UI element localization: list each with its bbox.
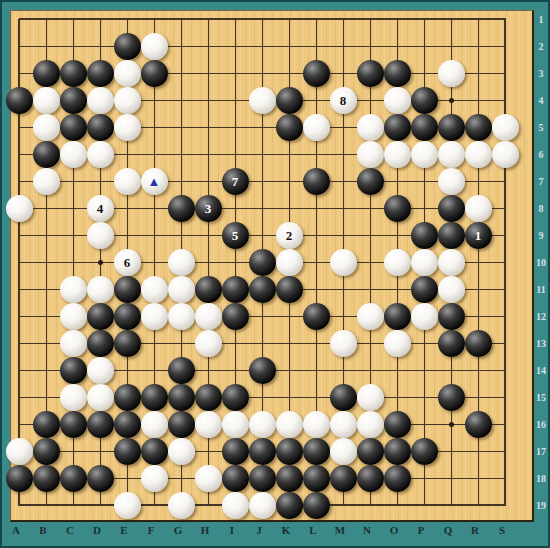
stone-P10-white[interactable] <box>411 249 438 276</box>
move-number-2: 2 <box>286 229 293 242</box>
stone-Q15-black[interactable] <box>438 384 465 411</box>
stone-Q9-black[interactable] <box>438 222 465 249</box>
row-label-10: 10 <box>533 257 549 268</box>
go-diagram-window: 8▲7435216ABCDEFGHIJKLMNOPQRS123456789101… <box>0 0 550 548</box>
column-label-O: O <box>384 524 404 536</box>
stone-D16-black[interactable] <box>87 411 114 438</box>
stone-I7-black[interactable]: 7 <box>222 168 249 195</box>
stone-L7-black[interactable] <box>303 168 330 195</box>
row-label-13: 13 <box>533 338 549 349</box>
stone-B5-white[interactable] <box>33 114 60 141</box>
stone-Q11-white[interactable] <box>438 276 465 303</box>
stone-B16-black[interactable] <box>33 411 60 438</box>
stone-J11-black[interactable] <box>249 276 276 303</box>
column-label-S: S <box>492 524 512 536</box>
stone-O13-white[interactable] <box>384 330 411 357</box>
stone-L16-white[interactable] <box>303 411 330 438</box>
stone-S5-white[interactable] <box>492 114 519 141</box>
stone-I9-black[interactable]: 5 <box>222 222 249 249</box>
stone-I12-black[interactable] <box>222 303 249 330</box>
star-point-Q16 <box>449 422 454 427</box>
stone-F17-black[interactable] <box>141 438 168 465</box>
stone-G17-white[interactable] <box>168 438 195 465</box>
star-point-Q4 <box>449 98 454 103</box>
stone-F11-white[interactable] <box>141 276 168 303</box>
stone-E10-white[interactable]: 6 <box>114 249 141 276</box>
row-label-11: 11 <box>533 284 549 295</box>
stone-K9-white[interactable]: 2 <box>276 222 303 249</box>
row-label-12: 12 <box>533 311 549 322</box>
stone-C12-white[interactable] <box>60 303 87 330</box>
stone-B17-black[interactable] <box>33 438 60 465</box>
stone-P9-black[interactable] <box>411 222 438 249</box>
stone-E2-black[interactable] <box>114 33 141 60</box>
stone-O18-black[interactable] <box>384 465 411 492</box>
stone-M16-white[interactable] <box>330 411 357 438</box>
stone-N12-white[interactable] <box>357 303 384 330</box>
stone-C4-black[interactable] <box>60 87 87 114</box>
stone-G11-white[interactable] <box>168 276 195 303</box>
stone-E11-black[interactable] <box>114 276 141 303</box>
stone-M15-black[interactable] <box>330 384 357 411</box>
stone-P6-white[interactable] <box>411 141 438 168</box>
row-label-18: 18 <box>533 473 549 484</box>
stone-G12-white[interactable] <box>168 303 195 330</box>
stone-F15-black[interactable] <box>141 384 168 411</box>
stone-N3-black[interactable] <box>357 60 384 87</box>
stone-Q8-black[interactable] <box>438 195 465 222</box>
stone-I15-black[interactable] <box>222 384 249 411</box>
stone-K16-white[interactable] <box>276 411 303 438</box>
stone-P17-black[interactable] <box>411 438 438 465</box>
stone-N17-black[interactable] <box>357 438 384 465</box>
move-number-6: 6 <box>124 256 131 269</box>
stone-E3-white[interactable] <box>114 60 141 87</box>
stone-A4-black[interactable] <box>6 87 33 114</box>
stone-P11-black[interactable] <box>411 276 438 303</box>
grid-vline-S <box>504 19 506 506</box>
stone-H15-black[interactable] <box>195 384 222 411</box>
stone-O10-white[interactable] <box>384 249 411 276</box>
stone-S6-white[interactable] <box>492 141 519 168</box>
column-label-G: G <box>168 524 188 536</box>
stone-O4-white[interactable] <box>384 87 411 114</box>
stone-K5-black[interactable] <box>276 114 303 141</box>
stone-Q5-black[interactable] <box>438 114 465 141</box>
stone-G8-black[interactable] <box>168 195 195 222</box>
stone-D8-white[interactable]: 4 <box>87 195 114 222</box>
stone-C11-white[interactable] <box>60 276 87 303</box>
stone-M18-black[interactable] <box>330 465 357 492</box>
stone-O8-black[interactable] <box>384 195 411 222</box>
stone-B3-black[interactable] <box>33 60 60 87</box>
stone-I18-black[interactable] <box>222 465 249 492</box>
column-label-I: I <box>222 524 242 536</box>
stone-A8-white[interactable] <box>6 195 33 222</box>
stone-R8-white[interactable] <box>465 195 492 222</box>
stone-K4-black[interactable] <box>276 87 303 114</box>
stone-I19-white[interactable] <box>222 492 249 519</box>
stone-B18-black[interactable] <box>33 465 60 492</box>
stone-I16-white[interactable] <box>222 411 249 438</box>
column-label-H: H <box>195 524 215 536</box>
stone-E13-black[interactable] <box>114 330 141 357</box>
column-label-J: J <box>249 524 269 536</box>
column-label-D: D <box>87 524 107 536</box>
stone-O3-black[interactable] <box>384 60 411 87</box>
column-label-B: B <box>33 524 53 536</box>
column-label-F: F <box>141 524 161 536</box>
stone-Q12-black[interactable] <box>438 303 465 330</box>
stone-R13-black[interactable] <box>465 330 492 357</box>
stone-E17-black[interactable] <box>114 438 141 465</box>
move-number-4: 4 <box>97 202 104 215</box>
stone-O6-white[interactable] <box>384 141 411 168</box>
stone-K19-black[interactable] <box>276 492 303 519</box>
stone-N7-black[interactable] <box>357 168 384 195</box>
stone-F3-black[interactable] <box>141 60 168 87</box>
stone-K18-black[interactable] <box>276 465 303 492</box>
row-label-17: 17 <box>533 446 549 457</box>
stone-B6-black[interactable] <box>33 141 60 168</box>
stone-I17-black[interactable] <box>222 438 249 465</box>
stone-N18-black[interactable] <box>357 465 384 492</box>
column-label-C: C <box>60 524 80 536</box>
column-label-A: A <box>6 524 26 536</box>
column-label-L: L <box>303 524 323 536</box>
stone-L17-black[interactable] <box>303 438 330 465</box>
row-label-7: 7 <box>533 176 549 187</box>
stone-G14-black[interactable] <box>168 357 195 384</box>
stone-C13-white[interactable] <box>60 330 87 357</box>
column-label-R: R <box>465 524 485 536</box>
stone-C6-white[interactable] <box>60 141 87 168</box>
stone-M10-white[interactable] <box>330 249 357 276</box>
stone-F12-white[interactable] <box>141 303 168 330</box>
stone-N16-white[interactable] <box>357 411 384 438</box>
column-label-P: P <box>411 524 431 536</box>
stone-H8-black[interactable]: 3 <box>195 195 222 222</box>
stone-J10-black[interactable] <box>249 249 276 276</box>
stone-K17-black[interactable] <box>276 438 303 465</box>
stone-H12-white[interactable] <box>195 303 222 330</box>
stone-F18-white[interactable] <box>141 465 168 492</box>
stone-G10-white[interactable] <box>168 249 195 276</box>
stone-B7-white[interactable] <box>33 168 60 195</box>
stone-N5-white[interactable] <box>357 114 384 141</box>
stone-O12-black[interactable] <box>384 303 411 330</box>
stone-C3-black[interactable] <box>60 60 87 87</box>
column-label-E: E <box>114 524 134 536</box>
stone-M13-white[interactable] <box>330 330 357 357</box>
stone-N15-white[interactable] <box>357 384 384 411</box>
stone-A18-black[interactable] <box>6 465 33 492</box>
stone-E19-white[interactable] <box>114 492 141 519</box>
stone-K10-white[interactable] <box>276 249 303 276</box>
stone-N6-white[interactable] <box>357 141 384 168</box>
stone-P4-black[interactable] <box>411 87 438 114</box>
stone-F7-white[interactable]: ▲ <box>141 168 168 195</box>
stone-C14-black[interactable] <box>60 357 87 384</box>
stone-R9-black[interactable]: 1 <box>465 222 492 249</box>
move-number-1: 1 <box>475 229 482 242</box>
stone-D9-white[interactable] <box>87 222 114 249</box>
move-number-3: 3 <box>205 202 212 215</box>
stone-R6-white[interactable] <box>465 141 492 168</box>
stone-P5-black[interactable] <box>411 114 438 141</box>
stone-D18-black[interactable] <box>87 465 114 492</box>
row-label-1: 1 <box>533 14 549 25</box>
stone-L19-black[interactable] <box>303 492 330 519</box>
row-label-8: 8 <box>533 203 549 214</box>
stone-J18-black[interactable] <box>249 465 276 492</box>
stone-R5-black[interactable] <box>465 114 492 141</box>
stone-O17-black[interactable] <box>384 438 411 465</box>
stone-M4-white[interactable]: 8 <box>330 87 357 114</box>
row-label-19: 19 <box>533 500 549 511</box>
stone-H11-black[interactable] <box>195 276 222 303</box>
stone-E16-black[interactable] <box>114 411 141 438</box>
stone-O16-black[interactable] <box>384 411 411 438</box>
stone-Q13-black[interactable] <box>438 330 465 357</box>
stone-E7-white[interactable] <box>114 168 141 195</box>
stone-J16-white[interactable] <box>249 411 276 438</box>
row-label-14: 14 <box>533 365 549 376</box>
stone-C18-black[interactable] <box>60 465 87 492</box>
stone-E12-black[interactable] <box>114 303 141 330</box>
move-number-5: 5 <box>232 229 239 242</box>
stone-C16-black[interactable] <box>60 411 87 438</box>
stone-G15-black[interactable] <box>168 384 195 411</box>
stone-O5-black[interactable] <box>384 114 411 141</box>
move-number-8: 8 <box>340 94 347 107</box>
stone-D3-black[interactable] <box>87 60 114 87</box>
stone-B4-white[interactable] <box>33 87 60 114</box>
stone-L18-black[interactable] <box>303 465 330 492</box>
stone-P12-white[interactable] <box>411 303 438 330</box>
stone-J19-white[interactable] <box>249 492 276 519</box>
row-label-4: 4 <box>533 95 549 106</box>
stone-G19-white[interactable] <box>168 492 195 519</box>
row-label-16: 16 <box>533 419 549 430</box>
stone-H18-white[interactable] <box>195 465 222 492</box>
stone-H16-white[interactable] <box>195 411 222 438</box>
stone-F16-white[interactable] <box>141 411 168 438</box>
stone-I11-black[interactable] <box>222 276 249 303</box>
stone-C5-black[interactable] <box>60 114 87 141</box>
row-label-9: 9 <box>533 230 549 241</box>
column-label-N: N <box>357 524 377 536</box>
stone-E15-black[interactable] <box>114 384 141 411</box>
stone-L12-black[interactable] <box>303 303 330 330</box>
move-number-7: 7 <box>232 175 239 188</box>
stone-D11-white[interactable] <box>87 276 114 303</box>
stone-D5-black[interactable] <box>87 114 114 141</box>
stone-R16-black[interactable] <box>465 411 492 438</box>
stone-D13-black[interactable] <box>87 330 114 357</box>
stone-J4-white[interactable] <box>249 87 276 114</box>
stone-K11-black[interactable] <box>276 276 303 303</box>
stone-D12-black[interactable] <box>87 303 114 330</box>
column-label-Q: Q <box>438 524 458 536</box>
stone-Q3-white[interactable] <box>438 60 465 87</box>
star-point-D10 <box>98 260 103 265</box>
stone-J17-black[interactable] <box>249 438 276 465</box>
row-label-6: 6 <box>533 149 549 160</box>
stone-M17-white[interactable] <box>330 438 357 465</box>
stone-E5-white[interactable] <box>114 114 141 141</box>
stone-D14-white[interactable] <box>87 357 114 384</box>
stone-C15-white[interactable] <box>60 384 87 411</box>
stone-D4-white[interactable] <box>87 87 114 114</box>
stone-Q7-white[interactable] <box>438 168 465 195</box>
triangle-marker-icon: ▲ <box>148 175 161 188</box>
stone-Q10-white[interactable] <box>438 249 465 276</box>
stone-Q6-white[interactable] <box>438 141 465 168</box>
stone-E4-white[interactable] <box>114 87 141 114</box>
stone-L5-white[interactable] <box>303 114 330 141</box>
stone-D6-white[interactable] <box>87 141 114 168</box>
column-label-K: K <box>276 524 296 536</box>
stone-A17-white[interactable] <box>6 438 33 465</box>
row-label-2: 2 <box>533 41 549 52</box>
stone-J14-black[interactable] <box>249 357 276 384</box>
stone-L3-black[interactable] <box>303 60 330 87</box>
row-label-15: 15 <box>533 392 549 403</box>
column-label-M: M <box>330 524 350 536</box>
stone-D15-white[interactable] <box>87 384 114 411</box>
row-label-3: 3 <box>533 68 549 79</box>
row-label-5: 5 <box>533 122 549 133</box>
stone-F2-white[interactable] <box>141 33 168 60</box>
stone-G16-black[interactable] <box>168 411 195 438</box>
stone-H13-white[interactable] <box>195 330 222 357</box>
